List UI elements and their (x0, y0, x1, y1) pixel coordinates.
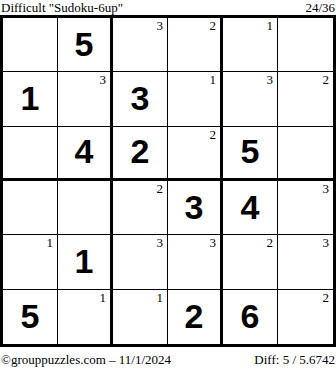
cell-r4c4[interactable]: 3 (168, 181, 223, 235)
corner-mark: 3 (210, 236, 217, 250)
corner-mark: 2 (267, 236, 274, 250)
corner-mark: 3 (157, 19, 164, 33)
cell-r3c3[interactable]: 2 (113, 127, 168, 181)
cell-r2c4[interactable]: 1 (168, 72, 223, 126)
given-digit: 1 (75, 244, 94, 278)
cell-r5c6[interactable]: 3 (278, 235, 333, 289)
corner-mark: 3 (267, 73, 274, 87)
cell-r3c5[interactable]: 5 (223, 127, 278, 181)
corner-mark: 1 (100, 291, 107, 305)
given-digit: 3 (131, 81, 150, 115)
corner-mark: 3 (323, 236, 330, 250)
cell-r5c3[interactable]: 3 (113, 235, 168, 289)
corner-mark: 2 (210, 128, 217, 142)
cell-r3c6[interactable] (278, 127, 333, 181)
corner-mark: 3 (323, 182, 330, 196)
cell-r2c5[interactable]: 3 (223, 72, 278, 126)
difficulty-rating: Diff: 5 / 5.6742 (254, 353, 335, 367)
given-digit: 5 (75, 27, 94, 61)
given-digit: 1 (21, 81, 40, 115)
corner-mark: 3 (157, 236, 164, 250)
given-digit: 5 (21, 299, 40, 333)
given-digit: 2 (185, 299, 204, 333)
given-digit: 6 (241, 299, 260, 333)
cell-r1c1[interactable] (3, 18, 58, 72)
cell-r1c2[interactable]: 5 (58, 18, 113, 72)
cell-r3c1[interactable] (3, 127, 58, 181)
corner-mark: 1 (47, 236, 54, 250)
cell-r5c1[interactable]: 1 (3, 235, 58, 289)
given-digit: 2 (131, 134, 150, 168)
cell-r1c5[interactable]: 1 (223, 18, 278, 72)
corner-mark: 1 (157, 291, 164, 305)
cell-r1c6[interactable] (278, 18, 333, 72)
header: Difficult "Sudoku-6up" 24/36 (0, 0, 336, 15)
cell-r6c1[interactable]: 5 (3, 290, 58, 344)
cell-r4c1[interactable] (3, 181, 58, 235)
corner-mark: 1 (210, 73, 217, 87)
puzzle-page: Difficult "Sudoku-6up" 24/36 53211331324… (0, 0, 336, 370)
cell-r4c6[interactable]: 3 (278, 181, 333, 235)
sudoku-grid: 532113313242252343113323511262 (0, 15, 336, 347)
cell-r3c4[interactable]: 2 (168, 127, 223, 181)
given-digit: 4 (241, 190, 260, 224)
cell-r3c2[interactable]: 4 (58, 127, 113, 181)
cell-r6c2[interactable]: 1 (58, 290, 113, 344)
corner-mark: 2 (157, 182, 164, 196)
cell-r5c4[interactable]: 3 (168, 235, 223, 289)
cell-r1c4[interactable]: 2 (168, 18, 223, 72)
cell-r4c2[interactable] (58, 181, 113, 235)
cell-r1c3[interactable]: 3 (113, 18, 168, 72)
cell-r6c6[interactable]: 2 (278, 290, 333, 344)
cell-r6c3[interactable]: 1 (113, 290, 168, 344)
cell-r4c5[interactable]: 4 (223, 181, 278, 235)
cell-r2c6[interactable]: 2 (278, 72, 333, 126)
corner-mark: 1 (267, 19, 274, 33)
cell-r2c1[interactable]: 1 (3, 72, 58, 126)
puzzle-counter: 24/36 (305, 1, 335, 15)
given-digit: 3 (185, 190, 204, 224)
cell-r6c5[interactable]: 6 (223, 290, 278, 344)
corner-mark: 3 (100, 73, 107, 87)
cell-r6c4[interactable]: 2 (168, 290, 223, 344)
cell-r2c3[interactable]: 3 (113, 72, 168, 126)
footer: ©grouppuzzles.com – 11/1/2024 Diff: 5 / … (0, 347, 336, 370)
given-digit: 4 (75, 134, 94, 168)
corner-mark: 2 (323, 73, 330, 87)
cell-r5c5[interactable]: 2 (223, 235, 278, 289)
copyright-credit: ©grouppuzzles.com – 11/1/2024 (1, 353, 171, 367)
cell-r4c3[interactable]: 2 (113, 181, 168, 235)
corner-mark: 2 (210, 19, 217, 33)
cell-r2c2[interactable]: 3 (58, 72, 113, 126)
puzzle-title: Difficult "Sudoku-6up" (1, 1, 123, 15)
given-digit: 5 (241, 134, 260, 168)
corner-mark: 2 (323, 291, 330, 305)
cell-r5c2[interactable]: 1 (58, 235, 113, 289)
